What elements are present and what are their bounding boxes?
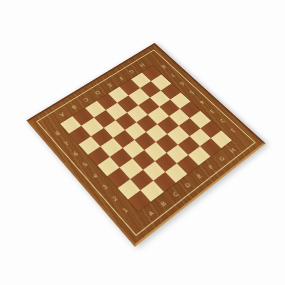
rank-label-right-2: 2: [218, 118, 225, 124]
rank-label-left-2: 2: [112, 195, 119, 202]
file-label-bottom-g: G: [218, 155, 226, 162]
file-label-top-c: C: [82, 97, 89, 103]
rank-label-right-8: 8: [160, 64, 166, 69]
file-label-bottom-f: F: [207, 164, 214, 170]
file-label-top-a: A: [58, 111, 65, 117]
board-perspective-wrapper: AABBCCDDEEFFGGHH1122334455667788: [53, 39, 239, 225]
rank-label-right-6: 6: [178, 81, 184, 86]
rank-label-right-7: 7: [169, 73, 175, 78]
file-label-top-e: E: [106, 82, 112, 87]
rank-label-right-5: 5: [188, 90, 194, 95]
rank-label-right-3: 3: [208, 109, 215, 115]
file-label-top-b: B: [70, 104, 77, 110]
playing-field: [60, 66, 232, 211]
file-label-bottom-c: C: [172, 190, 180, 197]
rank-label-left-5: 5: [82, 162, 89, 168]
file-label-bottom-a: A: [147, 209, 155, 216]
file-label-bottom-d: D: [184, 181, 192, 188]
rank-label-left-6: 6: [72, 151, 79, 157]
rank-label-left-8: 8: [54, 130, 61, 136]
file-label-top-g: G: [128, 68, 135, 73]
rank-label-right-1: 1: [229, 128, 236, 134]
rank-label-left-7: 7: [63, 140, 70, 146]
file-label-top-h: H: [139, 62, 146, 67]
file-label-bottom-b: B: [160, 200, 168, 207]
photo-background: AABBCCDDEEFFGGHH1122334455667788: [0, 0, 285, 285]
chess-board: AABBCCDDEEFFGGHH1122334455667788: [26, 43, 265, 247]
file-label-bottom-h: H: [229, 147, 237, 154]
file-label-bottom-e: E: [196, 172, 203, 179]
rank-label-left-3: 3: [102, 184, 109, 191]
rank-label-left-4: 4: [92, 173, 99, 180]
file-label-top-d: D: [94, 89, 101, 95]
file-label-top-f: F: [117, 75, 123, 80]
rank-label-left-1: 1: [122, 207, 129, 214]
rank-label-right-4: 4: [198, 99, 205, 104]
